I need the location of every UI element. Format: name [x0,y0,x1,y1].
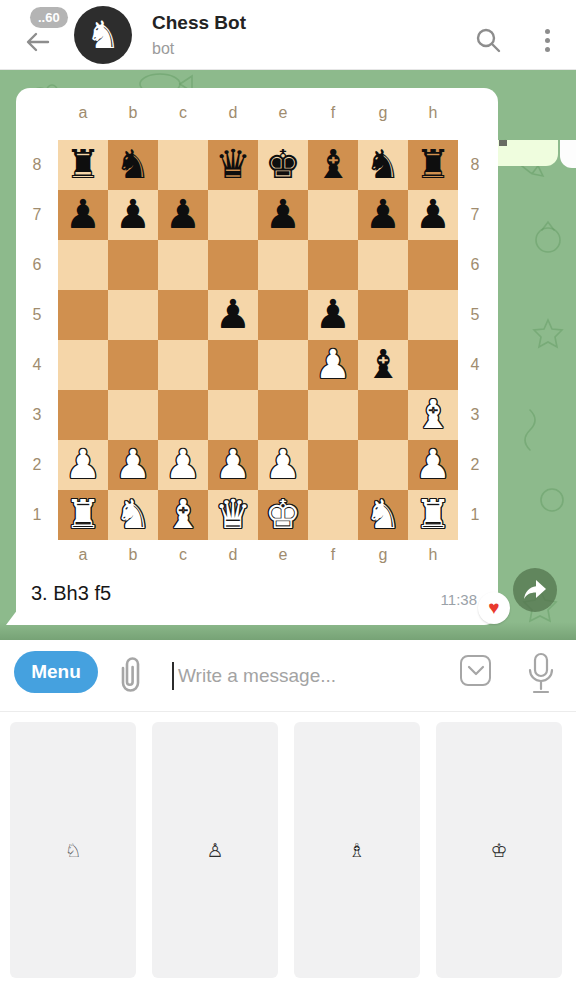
share-button[interactable] [513,568,557,612]
telegram-chess-bot-screen: ..60 ♞ Chess Bot bot [0,0,576,984]
forward-arrow-icon [523,579,547,601]
black-piece: ♟ [258,190,308,239]
square-h6 [408,240,458,290]
bot-menu-button[interactable]: Menu [14,651,98,693]
square-h8: ♜ [408,140,458,190]
square-c3 [158,390,208,440]
square-c7: ♟ [158,190,208,240]
square-c1: ♝ [158,490,208,540]
message-composer: Menu Write a message... [0,640,576,712]
square-e3 [258,390,308,440]
square-d8: ♛ [208,140,258,190]
message-input[interactable]: Write a message... [172,654,442,698]
inline-results-panel: ♘♙♗♔ [0,712,576,984]
square-e1: ♚ [258,490,308,540]
coordinate-label: 2 [24,440,50,490]
square-h5 [408,290,458,340]
square-g1: ♞ [358,490,408,540]
square-b1: ♞ [108,490,158,540]
coordinate-label: 7 [24,190,50,240]
square-f2 [308,440,358,490]
square-b2: ♟ [108,440,158,490]
black-piece: ♟ [358,190,408,239]
bot-commands-toggle[interactable] [460,655,491,686]
bishop-icon: ♗ [348,839,365,861]
square-h3: ♝ [408,390,458,440]
message-time: 11:38 [441,591,477,608]
coordinate-label: 4 [24,340,50,390]
coordinate-label: c [158,546,208,566]
square-d4 [208,340,258,390]
coordinate-label: h [408,546,458,566]
black-piece: ♟ [408,190,458,239]
square-e8: ♚ [258,140,308,190]
coordinate-label: a [58,546,108,566]
coordinate-label: 8 [462,140,488,190]
square-d5: ♟ [208,290,258,340]
search-icon [472,24,504,56]
square-g6 [358,240,408,290]
board-ranks-right: 87654321 [462,140,488,540]
square-a7: ♟ [58,190,108,240]
square-c4 [158,340,208,390]
white-piece: ♟ [108,440,158,489]
coordinate-label: 5 [462,290,488,340]
black-piece: ♞ [108,140,158,189]
coordinate-label: 4 [462,340,488,390]
square-g8: ♞ [358,140,408,190]
coordinate-label: h [408,104,458,124]
square-f6 [308,240,358,290]
square-a8: ♜ [58,140,108,190]
coordinate-label: d [208,546,258,566]
black-piece: ♚ [258,140,308,189]
white-piece: ♝ [158,490,208,539]
black-piece: ♟ [108,190,158,239]
chat-subtitle: bot [152,40,174,58]
square-e2: ♟ [258,440,308,490]
coordinate-label: 6 [24,240,50,290]
board-files-top: abcdefgh [58,104,458,124]
square-a2: ♟ [58,440,108,490]
white-piece: ♟ [208,440,258,489]
black-piece: ♜ [58,140,108,189]
unread-count-badge: ..60 [30,7,68,28]
square-d3 [208,390,258,440]
square-h4 [408,340,458,390]
voice-record-button[interactable] [525,650,557,702]
square-d7 [208,190,258,240]
input-placeholder: Write a message... [178,665,336,687]
search-button[interactable] [472,24,504,56]
square-g4: ♝ [358,340,408,390]
square-c8 [158,140,208,190]
coordinate-label: d [208,104,258,124]
inline-result-card-bishop[interactable]: ♗ [294,722,420,978]
square-f7 [308,190,358,240]
white-piece: ♟ [58,440,108,489]
black-piece: ♟ [158,190,208,239]
white-piece: ♜ [58,490,108,539]
square-b7: ♟ [108,190,158,240]
white-piece: ♝ [408,390,458,439]
square-b6 [108,240,158,290]
square-f1 [308,490,358,540]
square-f4: ♟ [308,340,358,390]
square-b8: ♞ [108,140,158,190]
white-piece: ♟ [408,440,458,489]
text-cursor [172,662,174,690]
menu-kebab-button[interactable] [540,24,554,56]
coordinate-label: 2 [462,440,488,490]
square-f5: ♟ [308,290,358,340]
coordinate-label: e [258,104,308,124]
square-a3 [58,390,108,440]
square-f8: ♝ [308,140,358,190]
square-c5 [158,290,208,340]
clipped-bubble-corner [560,140,576,168]
square-h2: ♟ [408,440,458,490]
coordinate-label: 8 [24,140,50,190]
chat-title: Chess Bot [152,12,246,34]
square-b3 [108,390,158,440]
square-g7: ♟ [358,190,408,240]
square-b5 [108,290,158,340]
chat-header: ..60 ♞ Chess Bot bot [0,0,576,70]
black-piece: ♛ [208,140,258,189]
square-a5 [58,290,108,340]
coordinate-label: b [108,546,158,566]
black-piece: ♝ [308,140,358,189]
chevron-down-icon [467,665,485,677]
inline-result-card-pawn[interactable]: ♙ [152,722,278,978]
black-piece: ♞ [358,140,408,189]
square-a1: ♜ [58,490,108,540]
square-e7: ♟ [258,190,308,240]
square-b4 [108,340,158,390]
square-h1: ♜ [408,490,458,540]
square-e6 [258,240,308,290]
coordinate-label: g [358,104,408,124]
square-c6 [158,240,208,290]
black-piece: ♜ [408,140,458,189]
move-caption: 3. Bh3 f5 [31,582,111,605]
coordinate-label: 3 [462,390,488,440]
king-icon: ♔ [490,839,507,861]
coordinate-label: c [158,104,208,124]
white-piece: ♟ [308,340,358,389]
square-g5 [358,290,408,340]
coordinate-label: b [108,104,158,124]
square-e4 [258,340,308,390]
square-h7: ♟ [408,190,458,240]
white-piece: ♟ [258,440,308,489]
coordinate-label: 7 [462,190,488,240]
white-piece: ♟ [158,440,208,489]
bot-avatar[interactable]: ♞ [74,6,132,64]
coordinate-label: 6 [462,240,488,290]
square-f3 [308,390,358,440]
pawn-icon: ♙ [206,839,223,861]
coordinate-label: 3 [24,390,50,440]
square-c2: ♟ [158,440,208,490]
white-piece: ♛ [208,490,258,539]
knight-icon: ♘ [64,839,81,861]
square-d2: ♟ [208,440,258,490]
microphone-icon [525,650,557,698]
coordinate-label: 1 [462,490,488,540]
coordinate-label: e [258,546,308,566]
square-a4 [58,340,108,390]
board-files-bottom: abcdefgh [58,546,458,566]
coordinate-label: f [308,104,358,124]
inline-result-card-king[interactable]: ♔ [436,722,562,978]
chess-board[interactable]: ♜♞♛♚♝♞♜♟♟♟♟♟♟♟♟♟♝♝♟♟♟♟♟♟♜♞♝♛♚♞♜ [58,140,458,540]
coordinate-label: g [358,546,408,566]
coordinate-label: a [58,104,108,124]
attach-button[interactable] [112,654,148,702]
inline-result-card-knight[interactable]: ♘ [10,722,136,978]
white-piece: ♞ [358,490,408,539]
paperclip-icon [112,654,148,698]
square-g3 [358,390,408,440]
black-piece: ♟ [308,290,358,339]
square-d6 [208,240,258,290]
white-piece: ♚ [258,490,308,539]
square-a6 [58,240,108,290]
square-e5 [258,290,308,340]
bot-message-bubble: abcdefgh 87654321 ♜♞♛♚♝♞♜♟♟♟♟♟♟♟♟♟♝♝♟♟♟♟… [16,88,498,625]
square-g2 [358,440,408,490]
black-piece: ♝ [358,340,408,389]
coordinate-label: f [308,546,358,566]
heart-reaction[interactable]: ♥ [478,592,510,624]
coordinate-label: 5 [24,290,50,340]
white-piece: ♜ [408,490,458,539]
black-piece: ♟ [208,290,258,339]
square-d1: ♛ [208,490,258,540]
board-ranks-left: 87654321 [24,140,50,540]
white-piece: ♞ [108,490,158,539]
black-piece: ♟ [58,190,108,239]
coordinate-label: 1 [24,490,50,540]
